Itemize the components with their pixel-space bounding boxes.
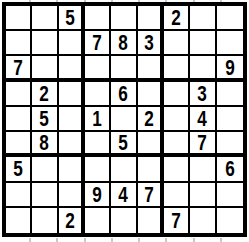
gridline-artifact <box>193 238 195 242</box>
cell-r9c2[interactable] <box>32 208 58 233</box>
cell-r9c1[interactable] <box>6 208 32 233</box>
cell-r3c8[interactable] <box>190 56 216 81</box>
gridline-artifact <box>29 238 31 242</box>
cell-r5c1[interactable] <box>6 107 32 132</box>
cell-r2c3[interactable] <box>59 31 85 56</box>
gridline-artifact <box>165 238 167 242</box>
cell-r9c4[interactable] <box>85 208 111 233</box>
cell-r3c9: 9 <box>217 56 243 81</box>
given-digit: 4 <box>119 183 129 206</box>
cell-r4c9[interactable] <box>217 82 243 107</box>
cell-r6c3[interactable] <box>59 132 85 157</box>
given-digit: 7 <box>198 132 208 154</box>
cell-r4c6[interactable] <box>138 82 164 107</box>
given-digit: 2 <box>40 82 50 105</box>
cell-r1c4[interactable] <box>85 6 111 31</box>
cell-r7c8[interactable] <box>190 157 216 182</box>
sudoku-page: { "game": "sudoku", "position": "..5...2… <box>0 0 249 242</box>
cell-r7c3[interactable] <box>59 157 85 182</box>
given-digit: 7 <box>144 183 154 206</box>
cell-r7c5[interactable] <box>111 157 137 182</box>
cell-r3c7[interactable] <box>164 56 190 81</box>
cell-r6c7[interactable] <box>164 132 190 157</box>
cell-r9c3: 2 <box>59 208 85 233</box>
cell-r3c1: 7 <box>6 56 32 81</box>
cell-r4c8: 3 <box>190 82 216 107</box>
given-digit: 9 <box>92 183 102 206</box>
cell-r7c2[interactable] <box>32 157 58 182</box>
given-digit: 6 <box>119 82 129 105</box>
cell-r8c4: 9 <box>85 183 111 208</box>
cell-r6c9[interactable] <box>217 132 243 157</box>
cell-r1c6[interactable] <box>138 6 164 31</box>
cell-r5c3[interactable] <box>59 107 85 132</box>
cell-r2c5: 8 <box>111 31 137 56</box>
cell-r1c3: 5 <box>59 6 85 31</box>
given-digit: 7 <box>171 209 181 232</box>
cell-r2c1[interactable] <box>6 31 32 56</box>
given-digit: 3 <box>144 31 154 54</box>
cell-r9c9[interactable] <box>217 208 243 233</box>
given-digit: 2 <box>171 6 181 29</box>
cell-r5c5[interactable] <box>111 107 137 132</box>
cell-r5c4: 1 <box>85 107 111 132</box>
cell-r1c1[interactable] <box>6 6 32 31</box>
cell-r1c2[interactable] <box>32 6 58 31</box>
cell-r5c6: 2 <box>138 107 164 132</box>
gridline-artifact <box>138 238 140 242</box>
cell-r3c5[interactable] <box>111 56 137 81</box>
cell-r2c9[interactable] <box>217 31 243 56</box>
cell-r8c1[interactable] <box>6 183 32 208</box>
cell-r3c4[interactable] <box>85 56 111 81</box>
cell-r5c8: 4 <box>190 107 216 132</box>
cell-r4c2: 2 <box>32 82 58 107</box>
cell-r2c6: 3 <box>138 31 164 56</box>
cell-r5c7[interactable] <box>164 107 190 132</box>
cell-r7c4[interactable] <box>85 157 111 182</box>
given-digit: 7 <box>13 56 23 78</box>
given-digit: 5 <box>40 107 50 130</box>
cell-r6c8: 7 <box>190 132 216 157</box>
cell-r2c2[interactable] <box>32 31 58 56</box>
cell-r9c5[interactable] <box>111 208 137 233</box>
cell-r6c2: 8 <box>32 132 58 157</box>
gridline-artifact <box>56 238 58 242</box>
cell-r4c4[interactable] <box>85 82 111 107</box>
given-digit: 9 <box>225 56 235 78</box>
cell-r2c8[interactable] <box>190 31 216 56</box>
given-digit: 8 <box>119 31 129 54</box>
cell-r5c9[interactable] <box>217 107 243 132</box>
cell-r7c9: 6 <box>217 157 243 182</box>
cell-r8c8[interactable] <box>190 183 216 208</box>
cell-r8c5: 4 <box>111 183 137 208</box>
cell-r8c3[interactable] <box>59 183 85 208</box>
given-digit: 1 <box>92 107 102 130</box>
given-digit: 3 <box>198 82 208 105</box>
given-digit: 6 <box>225 157 235 180</box>
cell-r1c7: 2 <box>164 6 190 31</box>
cell-r7c6[interactable] <box>138 157 164 182</box>
cell-r6c6[interactable] <box>138 132 164 157</box>
sudoku-board: 527837926351248575694727 <box>2 2 247 237</box>
cell-r1c5[interactable] <box>111 6 137 31</box>
cell-r4c7[interactable] <box>164 82 190 107</box>
cell-r8c2[interactable] <box>32 183 58 208</box>
cell-r3c2[interactable] <box>32 56 58 81</box>
cell-r9c7: 7 <box>164 208 190 233</box>
cell-r9c8[interactable] <box>190 208 216 233</box>
cell-r4c5: 6 <box>111 82 137 107</box>
cell-r8c9[interactable] <box>217 183 243 208</box>
gridline-artifact <box>220 238 222 242</box>
cell-r1c8[interactable] <box>190 6 216 31</box>
cell-r9c6[interactable] <box>138 208 164 233</box>
cell-r7c1: 5 <box>6 157 32 182</box>
given-digit: 7 <box>92 31 102 54</box>
cell-r6c4[interactable] <box>85 132 111 157</box>
given-digit: 5 <box>13 157 23 180</box>
given-digit: 5 <box>65 6 75 29</box>
cell-r6c5: 5 <box>111 132 137 157</box>
cell-r1c9[interactable] <box>217 6 243 31</box>
cell-r2c7[interactable] <box>164 31 190 56</box>
given-digit: 8 <box>40 132 50 154</box>
cell-r3c3[interactable] <box>59 56 85 81</box>
cell-r2c4: 7 <box>85 31 111 56</box>
gridline-artifact <box>84 238 86 242</box>
given-digit: 2 <box>144 107 154 130</box>
given-digit: 4 <box>198 107 208 130</box>
cell-r6c1[interactable] <box>6 132 32 157</box>
given-digit: 5 <box>119 132 129 154</box>
cell-r5c2: 5 <box>32 107 58 132</box>
cell-r8c6: 7 <box>138 183 164 208</box>
cell-r7c7[interactable] <box>164 157 190 182</box>
cell-r4c1[interactable] <box>6 82 32 107</box>
cell-r8c7[interactable] <box>164 183 190 208</box>
gridline-artifact <box>111 238 113 242</box>
cell-r3c6[interactable] <box>138 56 164 81</box>
cell-r4c3[interactable] <box>59 82 85 107</box>
given-digit: 2 <box>65 209 75 232</box>
